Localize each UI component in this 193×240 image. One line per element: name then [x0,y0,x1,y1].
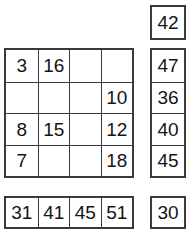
row-sum-1: 47 [152,50,184,82]
cell-r4c1: 7 [6,145,38,177]
row-sums-column: 47 36 40 45 [150,48,186,178]
column-sums-row: 31 41 45 51 [4,196,134,229]
cell-r3c3[interactable] [69,113,101,145]
diagonal-sum-box-bottom-right: 30 [150,196,186,229]
cell-r1c4[interactable] [101,50,133,82]
cell-r4c2[interactable] [38,145,70,177]
cell-r3c4: 12 [101,113,133,145]
cell-r3c2: 15 [38,113,70,145]
diagonal-sum-bottom: 30 [152,198,184,227]
row-sum-3: 40 [152,113,184,145]
cell-r1c1: 3 [6,50,38,82]
col-sum-3: 45 [69,198,101,227]
cell-r2c4: 10 [101,82,133,114]
cell-r1c3[interactable] [69,50,101,82]
diagonal-sum-top: 42 [152,7,184,38]
puzzle-board: 42 3 16 10 8 15 12 7 18 47 36 40 45 31 4… [0,0,193,240]
cell-r2c1[interactable] [6,82,38,114]
cell-r2c2[interactable] [38,82,70,114]
col-sum-1: 31 [6,198,38,227]
row-sum-4: 45 [152,145,184,177]
diagonal-sum-box-top-right: 42 [150,5,186,40]
cell-r1c2: 16 [38,50,70,82]
col-sum-4: 51 [101,198,133,227]
cell-r4c3[interactable] [69,145,101,177]
row-sum-2: 36 [152,82,184,114]
col-sum-2: 41 [38,198,70,227]
cell-r2c3[interactable] [69,82,101,114]
cell-r4c4: 18 [101,145,133,177]
main-grid: 3 16 10 8 15 12 7 18 [4,48,134,178]
cell-r3c1: 8 [6,113,38,145]
